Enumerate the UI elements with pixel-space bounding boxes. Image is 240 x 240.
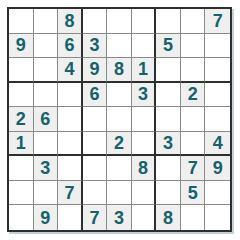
cell-r7c8: 7 [181, 156, 206, 181]
cell-r2c6[interactable] [132, 34, 157, 59]
cell-r4c6: 3 [132, 83, 157, 108]
cell-r2c3: 6 [58, 34, 83, 59]
cell-r6c2[interactable] [34, 132, 59, 157]
cell-r3c9[interactable] [205, 58, 230, 83]
cell-r1c5[interactable] [107, 9, 132, 34]
cell-r5c5[interactable] [107, 107, 132, 132]
sudoku-board: 87963549816322612343879759738 [7, 7, 232, 232]
cell-r6c9: 4 [205, 132, 230, 157]
cell-r7c6: 8 [132, 156, 157, 181]
cell-r9c9[interactable] [205, 205, 230, 230]
cell-r3c4: 9 [83, 58, 108, 83]
cell-r4c9[interactable] [205, 83, 230, 108]
cell-r8c5[interactable] [107, 181, 132, 206]
cell-r2c7: 5 [156, 34, 181, 59]
cell-r5c3[interactable] [58, 107, 83, 132]
cell-r4c3[interactable] [58, 83, 83, 108]
cell-r1c6[interactable] [132, 9, 157, 34]
cell-r3c3: 4 [58, 58, 83, 83]
cell-r9c5: 3 [107, 205, 132, 230]
cell-r3c1[interactable] [9, 58, 34, 83]
cell-r1c8[interactable] [181, 9, 206, 34]
cell-r9c8[interactable] [181, 205, 206, 230]
cell-r5c6[interactable] [132, 107, 157, 132]
cell-r3c8[interactable] [181, 58, 206, 83]
cell-r6c4[interactable] [83, 132, 108, 157]
cell-r9c7: 8 [156, 205, 181, 230]
cell-r2c8[interactable] [181, 34, 206, 59]
cell-r4c1[interactable] [9, 83, 34, 108]
cell-r4c7[interactable] [156, 83, 181, 108]
cell-r1c1[interactable] [9, 9, 34, 34]
cell-r8c2[interactable] [34, 181, 59, 206]
cell-r4c2[interactable] [34, 83, 59, 108]
cell-r8c1[interactable] [9, 181, 34, 206]
cell-r9c3[interactable] [58, 205, 83, 230]
cell-r3c2[interactable] [34, 58, 59, 83]
cell-r2c1: 9 [9, 34, 34, 59]
cell-r7c4[interactable] [83, 156, 108, 181]
cell-r6c8[interactable] [181, 132, 206, 157]
cell-r9c2: 9 [34, 205, 59, 230]
cell-r6c7: 3 [156, 132, 181, 157]
cell-r8c6[interactable] [132, 181, 157, 206]
cell-r4c5[interactable] [107, 83, 132, 108]
cell-r7c1[interactable] [9, 156, 34, 181]
cell-r5c8[interactable] [181, 107, 206, 132]
cell-r7c3[interactable] [58, 156, 83, 181]
cell-r1c3: 8 [58, 9, 83, 34]
cell-r9c1[interactable] [9, 205, 34, 230]
cell-r4c8: 2 [181, 83, 206, 108]
cell-r6c6[interactable] [132, 132, 157, 157]
cell-r1c4[interactable] [83, 9, 108, 34]
cell-r5c4[interactable] [83, 107, 108, 132]
cell-r3c6: 1 [132, 58, 157, 83]
cell-r6c3[interactable] [58, 132, 83, 157]
cell-r5c2: 6 [34, 107, 59, 132]
cell-r7c9: 9 [205, 156, 230, 181]
cell-r5c9[interactable] [205, 107, 230, 132]
cell-r4c4: 6 [83, 83, 108, 108]
cell-r2c9[interactable] [205, 34, 230, 59]
cell-r1c7[interactable] [156, 9, 181, 34]
cell-r1c9: 7 [205, 9, 230, 34]
cell-r3c7[interactable] [156, 58, 181, 83]
cell-r6c5: 2 [107, 132, 132, 157]
cell-r9c6[interactable] [132, 205, 157, 230]
cell-r9c4: 7 [83, 205, 108, 230]
cell-r8c8: 5 [181, 181, 206, 206]
cell-r3c5: 8 [107, 58, 132, 83]
cell-r7c2: 3 [34, 156, 59, 181]
cell-r8c3: 7 [58, 181, 83, 206]
cell-r2c4: 3 [83, 34, 108, 59]
cell-r2c2[interactable] [34, 34, 59, 59]
cell-r8c9[interactable] [205, 181, 230, 206]
cell-r2c5[interactable] [107, 34, 132, 59]
cell-r7c5[interactable] [107, 156, 132, 181]
cell-r1c2[interactable] [34, 9, 59, 34]
cell-r7c7[interactable] [156, 156, 181, 181]
cell-r5c1: 2 [9, 107, 34, 132]
cell-r8c7[interactable] [156, 181, 181, 206]
cell-r5c7[interactable] [156, 107, 181, 132]
cell-r8c4[interactable] [83, 181, 108, 206]
cell-r6c1: 1 [9, 132, 34, 157]
